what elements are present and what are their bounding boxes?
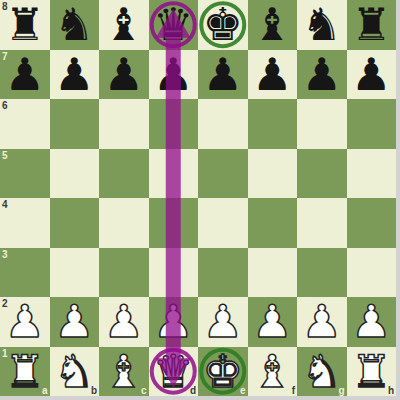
- piece-black-pawn-b7[interactable]: ♟: [50, 50, 100, 100]
- square-d8[interactable]: ♛: [149, 0, 199, 50]
- piece-white-rook-a1[interactable]: ♜: [0, 347, 50, 397]
- piece-white-knight-b1[interactable]: ♞: [50, 347, 100, 397]
- square-c8[interactable]: ♝: [99, 0, 149, 50]
- piece-white-pawn-g2[interactable]: ♟: [297, 297, 347, 347]
- square-c4[interactable]: [99, 198, 149, 248]
- square-b6[interactable]: [50, 99, 100, 149]
- square-g3[interactable]: [297, 248, 347, 298]
- square-a8[interactable]: ♜8: [0, 0, 50, 50]
- piece-black-bishop-f8[interactable]: ♝: [248, 0, 298, 50]
- piece-white-knight-g1[interactable]: ♞: [297, 347, 347, 397]
- square-a1[interactable]: ♜1a: [0, 347, 50, 397]
- piece-white-king-e1[interactable]: ♚: [198, 347, 248, 397]
- piece-white-pawn-a2[interactable]: ♟: [0, 297, 50, 347]
- piece-white-pawn-d2[interactable]: ♟: [149, 297, 199, 347]
- square-a5[interactable]: 5: [0, 149, 50, 199]
- square-f5[interactable]: [248, 149, 298, 199]
- piece-white-pawn-c2[interactable]: ♟: [99, 297, 149, 347]
- piece-black-knight-b8[interactable]: ♞: [50, 0, 100, 50]
- rank-label-5: 5: [2, 150, 8, 161]
- square-e4[interactable]: [198, 198, 248, 248]
- piece-white-rook-h1[interactable]: ♜: [347, 347, 397, 397]
- piece-white-pawn-h2[interactable]: ♟: [347, 297, 397, 347]
- square-d6[interactable]: [149, 99, 199, 149]
- square-b7[interactable]: ♟: [50, 50, 100, 100]
- square-h6[interactable]: [347, 99, 397, 149]
- square-g5[interactable]: [297, 149, 347, 199]
- square-f8[interactable]: ♝: [248, 0, 298, 50]
- square-a6[interactable]: 6: [0, 99, 50, 149]
- piece-black-pawn-d7[interactable]: ♟: [149, 50, 199, 100]
- piece-white-pawn-e2[interactable]: ♟: [198, 297, 248, 347]
- square-a4[interactable]: 4: [0, 198, 50, 248]
- square-f7[interactable]: ♟: [248, 50, 298, 100]
- piece-black-pawn-a7[interactable]: ♟: [0, 50, 50, 100]
- square-h8[interactable]: ♜: [347, 0, 397, 50]
- piece-black-pawn-e7[interactable]: ♟: [198, 50, 248, 100]
- square-f6[interactable]: [248, 99, 298, 149]
- square-h5[interactable]: [347, 149, 397, 199]
- square-h3[interactable]: [347, 248, 397, 298]
- square-e8[interactable]: ♚: [198, 0, 248, 50]
- piece-white-bishop-c1[interactable]: ♝: [99, 347, 149, 397]
- square-f2[interactable]: ♟: [248, 297, 298, 347]
- square-h7[interactable]: ♟: [347, 50, 397, 100]
- square-e7[interactable]: ♟: [198, 50, 248, 100]
- piece-black-pawn-c7[interactable]: ♟: [99, 50, 149, 100]
- square-g2[interactable]: ♟: [297, 297, 347, 347]
- square-c2[interactable]: ♟: [99, 297, 149, 347]
- square-d1[interactable]: ♛d: [149, 347, 199, 397]
- piece-white-bishop-f1[interactable]: ♝: [248, 347, 298, 397]
- square-g8[interactable]: ♞: [297, 0, 347, 50]
- piece-black-rook-h8[interactable]: ♜: [347, 0, 397, 50]
- piece-black-pawn-h7[interactable]: ♟: [347, 50, 397, 100]
- square-e3[interactable]: [198, 248, 248, 298]
- square-h1[interactable]: ♜h: [347, 347, 397, 397]
- square-c1[interactable]: ♝c: [99, 347, 149, 397]
- square-a3[interactable]: 3: [0, 248, 50, 298]
- square-g7[interactable]: ♟: [297, 50, 347, 100]
- square-e5[interactable]: [198, 149, 248, 199]
- square-a2[interactable]: ♟2: [0, 297, 50, 347]
- piece-black-bishop-c8[interactable]: ♝: [99, 0, 149, 50]
- square-c3[interactable]: [99, 248, 149, 298]
- square-b4[interactable]: [50, 198, 100, 248]
- square-b1[interactable]: ♞b: [50, 347, 100, 397]
- square-b2[interactable]: ♟: [50, 297, 100, 347]
- rank-label-6: 6: [2, 100, 8, 111]
- square-f3[interactable]: [248, 248, 298, 298]
- rank-label-3: 3: [2, 249, 8, 260]
- square-g4[interactable]: [297, 198, 347, 248]
- square-c5[interactable]: [99, 149, 149, 199]
- piece-black-king-e8[interactable]: ♚: [198, 0, 248, 50]
- square-d4[interactable]: [149, 198, 199, 248]
- square-c7[interactable]: ♟: [99, 50, 149, 100]
- square-e2[interactable]: ♟: [198, 297, 248, 347]
- piece-black-pawn-f7[interactable]: ♟: [248, 50, 298, 100]
- square-d7[interactable]: ♟: [149, 50, 199, 100]
- square-f4[interactable]: [248, 198, 298, 248]
- square-d5[interactable]: [149, 149, 199, 199]
- square-b8[interactable]: ♞: [50, 0, 100, 50]
- piece-black-knight-g8[interactable]: ♞: [297, 0, 347, 50]
- square-h4[interactable]: [347, 198, 397, 248]
- square-g1[interactable]: ♞g: [297, 347, 347, 397]
- square-g6[interactable]: [297, 99, 347, 149]
- piece-white-pawn-b2[interactable]: ♟: [50, 297, 100, 347]
- square-b3[interactable]: [50, 248, 100, 298]
- square-b5[interactable]: [50, 149, 100, 199]
- square-f1[interactable]: ♝f: [248, 347, 298, 397]
- square-h2[interactable]: ♟: [347, 297, 397, 347]
- rank-label-4: 4: [2, 199, 8, 210]
- square-a7[interactable]: ♟7: [0, 50, 50, 100]
- square-c6[interactable]: [99, 99, 149, 149]
- piece-black-pawn-g7[interactable]: ♟: [297, 50, 347, 100]
- square-d2[interactable]: ♟: [149, 297, 199, 347]
- chess-board[interactable]: ♜8♞♝♛♚♝♞♜♟7♟♟♟♟♟♟♟6543♟2♟♟♟♟♟♟♟♜1a♞b♝c♛d…: [0, 0, 396, 396]
- square-e1[interactable]: ♚e: [198, 347, 248, 397]
- piece-white-queen-d1[interactable]: ♛: [149, 347, 199, 397]
- chess-app-page: ♜8♞♝♛♚♝♞♜♟7♟♟♟♟♟♟♟6543♟2♟♟♟♟♟♟♟♜1a♞b♝c♛d…: [0, 0, 400, 400]
- piece-black-queen-d8[interactable]: ♛: [149, 0, 199, 50]
- square-e6[interactable]: [198, 99, 248, 149]
- square-d3[interactable]: [149, 248, 199, 298]
- piece-white-pawn-f2[interactable]: ♟: [248, 297, 298, 347]
- piece-black-rook-a8[interactable]: ♜: [0, 0, 50, 50]
